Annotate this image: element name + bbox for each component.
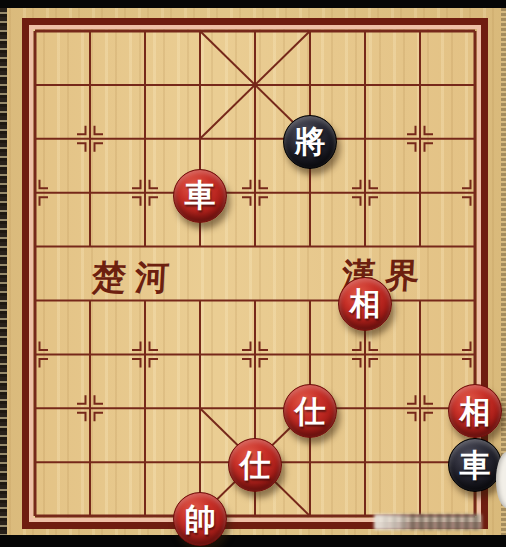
piece-character: 相	[460, 396, 491, 427]
river-label-chu-he: 楚河	[64, 255, 206, 301]
blurred-watermark	[374, 514, 482, 530]
piece-character: 將	[295, 126, 326, 157]
piece-character: 車	[185, 180, 216, 211]
piece-black-general[interactable]: 將	[283, 115, 337, 169]
piece-red-advisor[interactable]: 仕	[228, 438, 282, 492]
piece-red-elephant[interactable]: 相	[338, 277, 392, 331]
piece-red-elephant[interactable]: 相	[448, 384, 502, 438]
piece-character: 帥	[185, 504, 216, 535]
left-perforated-edge	[0, 8, 7, 535]
piece-red-general[interactable]: 帥	[173, 492, 227, 546]
piece-character: 仕	[240, 450, 271, 481]
piece-character: 車	[460, 450, 491, 481]
piece-red-advisor[interactable]: 仕	[283, 384, 337, 438]
xiangqi-board[interactable]: 楚河 漢界 將車相仕相仕車帥	[33, 29, 477, 518]
bottom-letterbox-bar	[0, 535, 506, 547]
board-frame: 楚河 漢界 將車相仕相仕車帥	[22, 18, 488, 529]
screenshot-root: 楚河 漢界 將車相仕相仕車帥	[0, 0, 506, 547]
piece-character: 仕	[295, 396, 326, 427]
top-letterbox-bar	[0, 0, 506, 8]
piece-black-chariot[interactable]: 車	[448, 438, 502, 492]
piece-red-chariot[interactable]: 車	[173, 169, 227, 223]
piece-character: 相	[350, 288, 381, 319]
